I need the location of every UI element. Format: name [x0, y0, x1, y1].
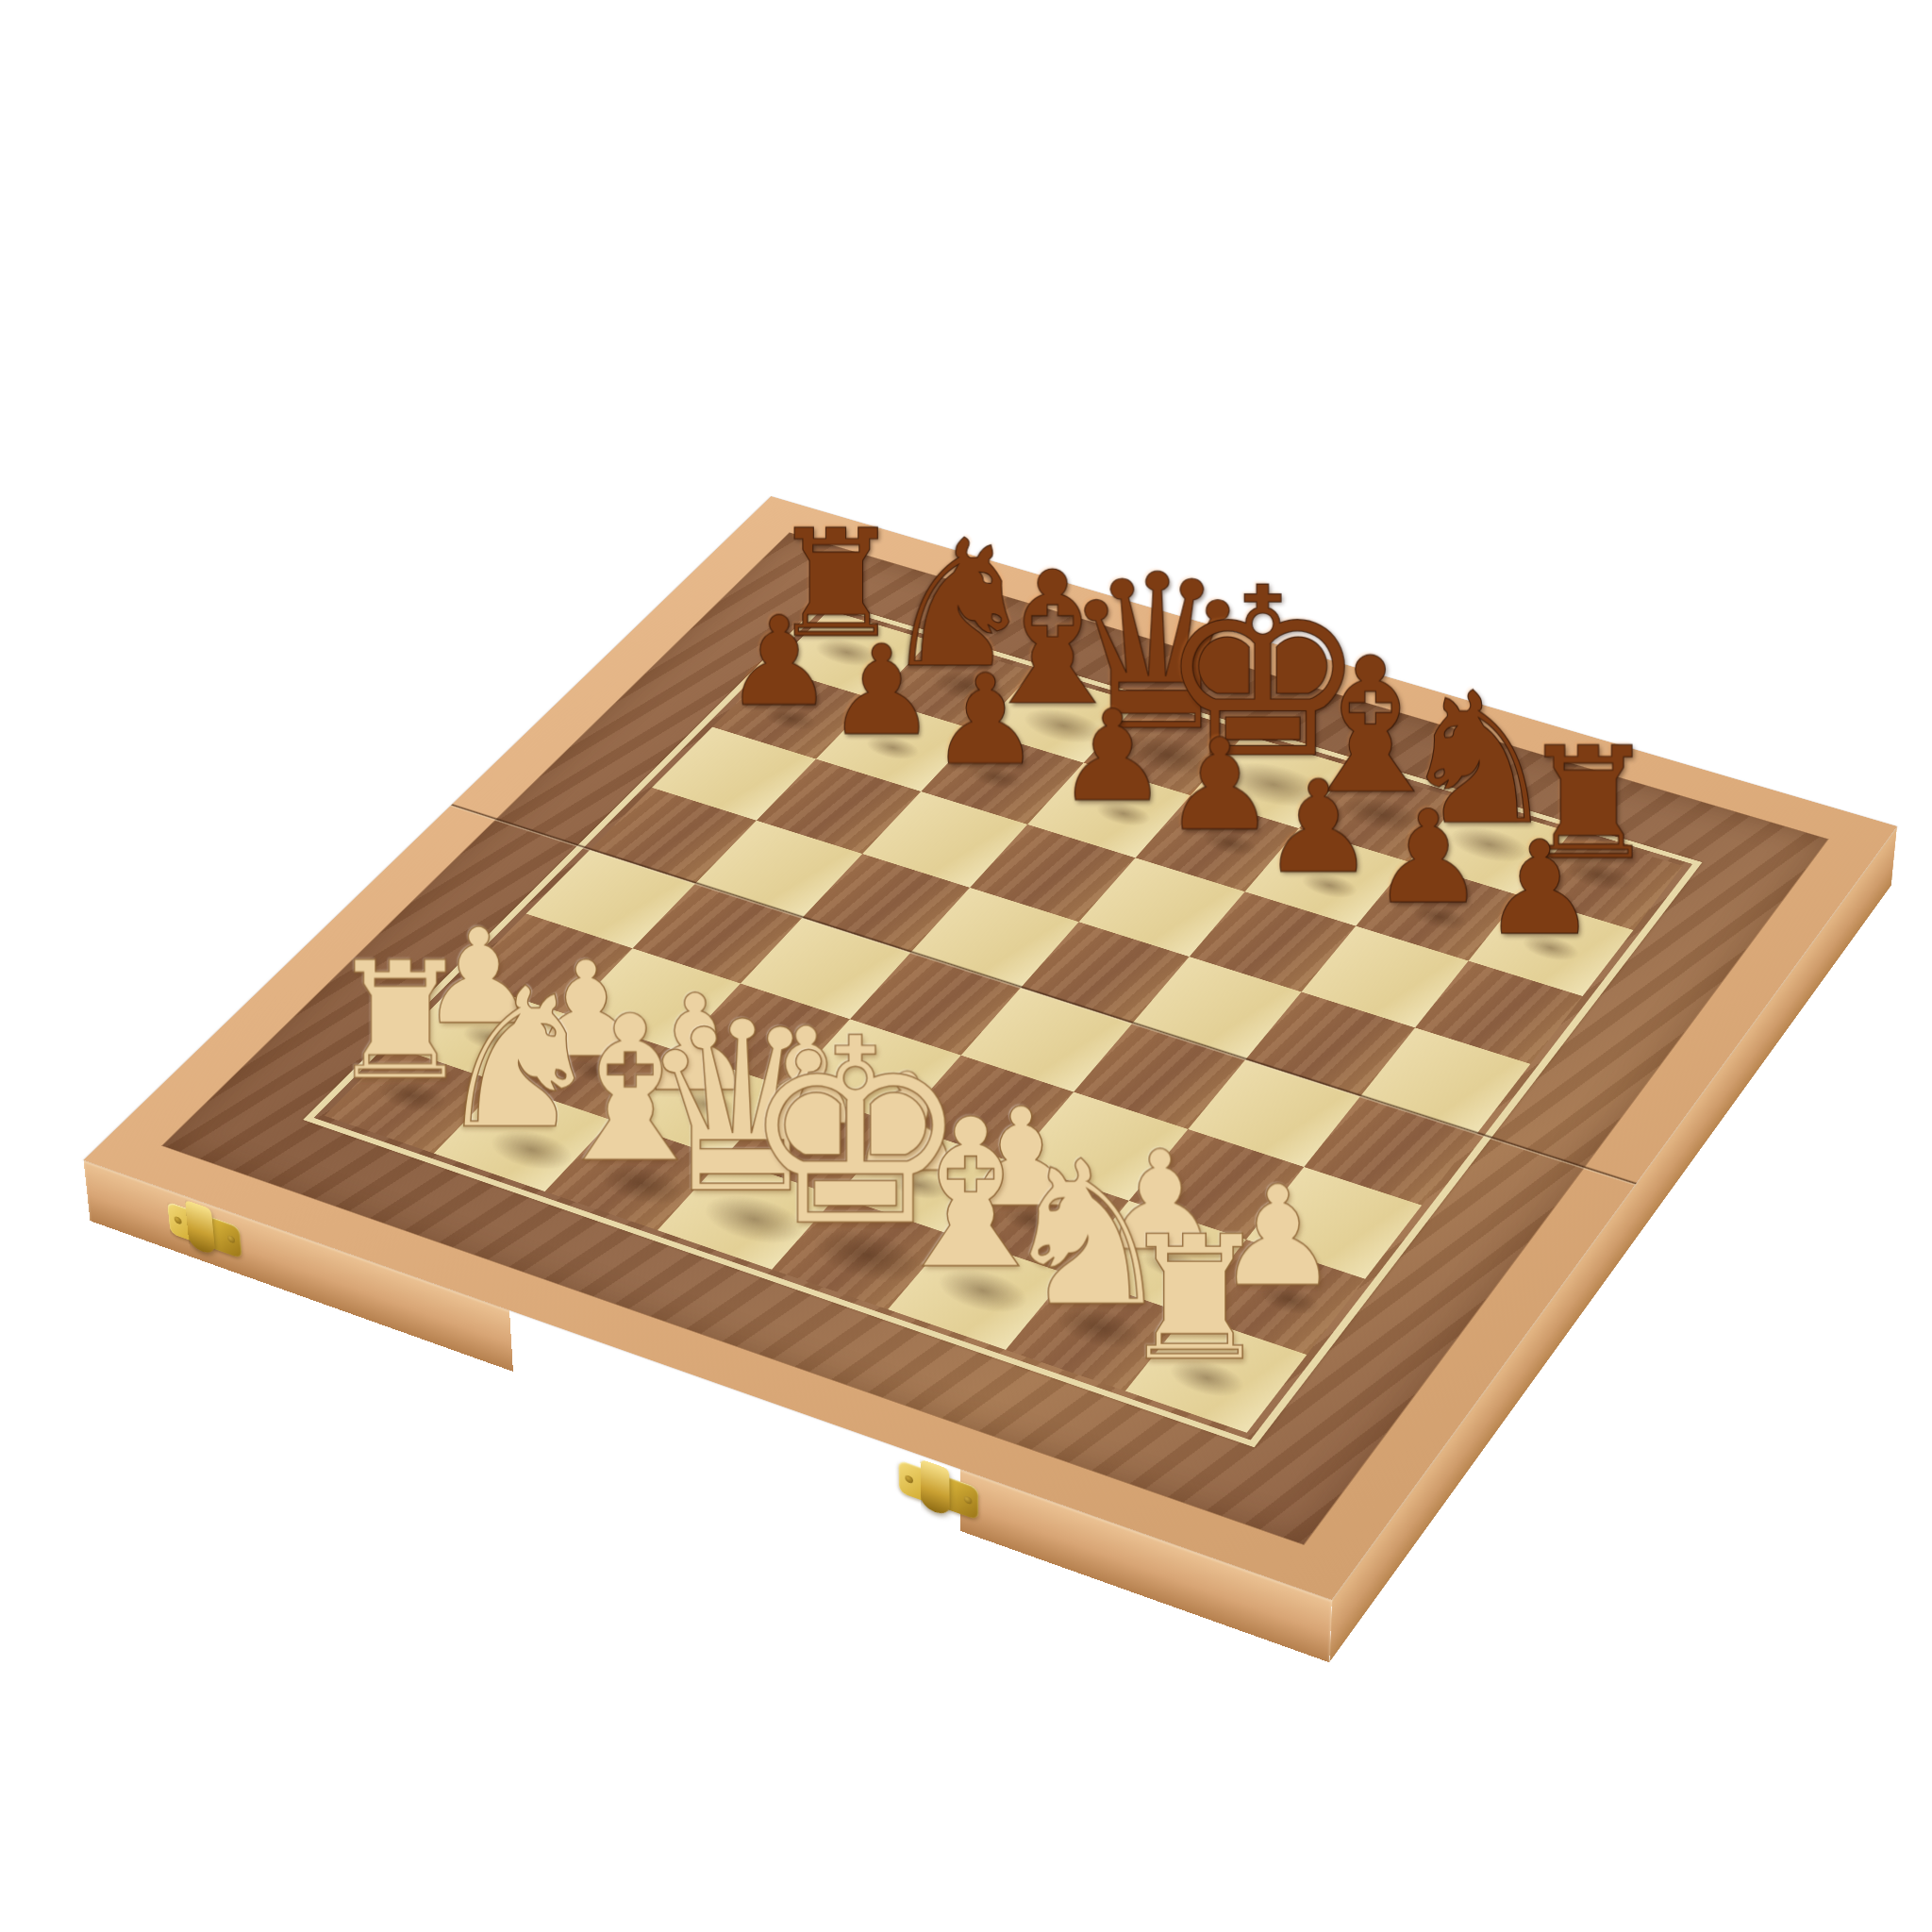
product-photo-scene: ♜♞♝♛♚♝♞♜♟♟♟♟♟♟♟♟♟♟♟♟♟♟♟♟♜♞♝♛♚♝♞♜: [0, 0, 1932, 1932]
latch-hasp-icon: [921, 1458, 950, 1517]
rook-glyph: ♜: [1062, 1213, 1327, 1384]
latch-hasp-icon: [185, 1200, 216, 1257]
chess-board: ♜♞♝♛♚♝♞♜♟♟♟♟♟♟♟♟♟♟♟♟♟♟♟♟♜♞♝♛♚♝♞♜: [84, 496, 1898, 1600]
